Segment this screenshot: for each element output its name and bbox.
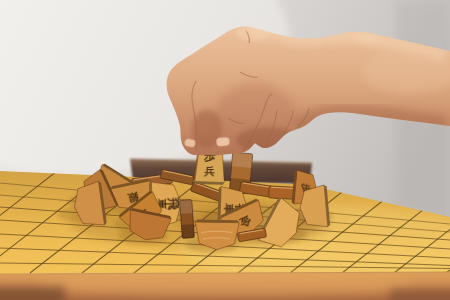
rim-shadow-left xyxy=(0,286,65,300)
rim-shadow-right xyxy=(390,288,450,300)
photo-shogi-scene: Hand picking up a shogi piece from a pil… xyxy=(0,0,450,300)
index-fingernail xyxy=(216,137,230,147)
scene-canvas: Hand picking up a shogi piece from a pil… xyxy=(0,0,450,300)
piece-standing-light xyxy=(180,200,193,214)
piece-standing-dark xyxy=(181,224,194,238)
piece-kanji: 兵 xyxy=(203,165,215,177)
shogi-piece[interactable] xyxy=(180,200,195,239)
piece-standing-light xyxy=(232,152,253,168)
board-front-rim xyxy=(0,270,450,300)
